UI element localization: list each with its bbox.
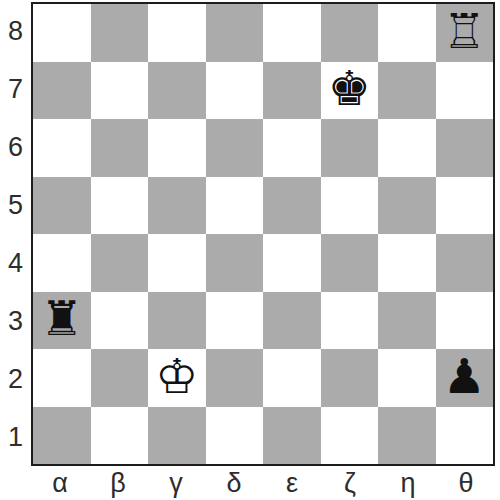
square-δ4[interactable] (206, 234, 264, 292)
square-ζ6[interactable] (321, 119, 379, 177)
file-labels: αβγδεζηθ (31, 464, 495, 500)
rank-label-7: 7 (0, 60, 31, 118)
square-θ6[interactable] (436, 119, 494, 177)
square-θ4[interactable] (436, 234, 494, 292)
file-label-α: α (31, 464, 89, 500)
square-ε2[interactable] (263, 349, 321, 407)
black-pawn[interactable]: ♟ (443, 352, 486, 400)
square-δ2[interactable] (206, 349, 264, 407)
square-η4[interactable] (378, 234, 436, 292)
square-δ7[interactable] (206, 62, 264, 120)
square-ζ7[interactable]: ♚ (321, 62, 379, 120)
square-ε8[interactable] (263, 4, 321, 62)
square-γ1[interactable] (148, 407, 206, 465)
square-δ8[interactable] (206, 4, 264, 62)
rank-label-4: 4 (0, 234, 31, 292)
square-α7[interactable] (33, 62, 91, 120)
square-η1[interactable] (378, 407, 436, 465)
chess-board: ♖♚♜♔♟ (31, 2, 495, 466)
rank-label-2: 2 (0, 350, 31, 408)
square-β5[interactable] (91, 177, 149, 235)
square-α5[interactable] (33, 177, 91, 235)
square-θ3[interactable] (436, 292, 494, 350)
square-η3[interactable] (378, 292, 436, 350)
square-η8[interactable] (378, 4, 436, 62)
square-γ7[interactable] (148, 62, 206, 120)
square-ε4[interactable] (263, 234, 321, 292)
square-β6[interactable] (91, 119, 149, 177)
square-α2[interactable] (33, 349, 91, 407)
square-γ5[interactable] (148, 177, 206, 235)
square-β7[interactable] (91, 62, 149, 120)
square-η2[interactable] (378, 349, 436, 407)
square-ζ5[interactable] (321, 177, 379, 235)
square-ε1[interactable] (263, 407, 321, 465)
square-β2[interactable] (91, 349, 149, 407)
square-δ3[interactable] (206, 292, 264, 350)
square-α6[interactable] (33, 119, 91, 177)
square-γ4[interactable] (148, 234, 206, 292)
chessboard-diagram: 87654321 ♖♚♜♔♟ αβγδεζηθ (0, 0, 500, 500)
square-α1[interactable] (33, 407, 91, 465)
square-β3[interactable] (91, 292, 149, 350)
square-δ5[interactable] (206, 177, 264, 235)
file-label-δ: δ (205, 464, 263, 500)
black-rook[interactable]: ♜ (40, 294, 83, 342)
file-label-ε: ε (263, 464, 321, 500)
square-θ7[interactable] (436, 62, 494, 120)
square-ε5[interactable] (263, 177, 321, 235)
square-δ6[interactable] (206, 119, 264, 177)
white-king[interactable]: ♔ (155, 352, 198, 400)
square-θ8[interactable]: ♖ (436, 4, 494, 62)
square-β8[interactable] (91, 4, 149, 62)
file-label-β: β (89, 464, 147, 500)
square-ζ1[interactable] (321, 407, 379, 465)
square-γ6[interactable] (148, 119, 206, 177)
square-ε7[interactable] (263, 62, 321, 120)
square-α4[interactable] (33, 234, 91, 292)
square-η5[interactable] (378, 177, 436, 235)
rank-label-5: 5 (0, 176, 31, 234)
file-label-θ: θ (437, 464, 495, 500)
file-label-ζ: ζ (321, 464, 379, 500)
square-γ8[interactable] (148, 4, 206, 62)
square-ζ3[interactable] (321, 292, 379, 350)
square-γ3[interactable] (148, 292, 206, 350)
file-label-γ: γ (147, 464, 205, 500)
square-ζ2[interactable] (321, 349, 379, 407)
square-ζ8[interactable] (321, 4, 379, 62)
rank-label-1: 1 (0, 408, 31, 466)
square-ε6[interactable] (263, 119, 321, 177)
square-α8[interactable] (33, 4, 91, 62)
square-α3[interactable]: ♜ (33, 292, 91, 350)
rank-label-8: 8 (0, 2, 31, 60)
square-θ5[interactable] (436, 177, 494, 235)
square-θ1[interactable] (436, 407, 494, 465)
square-ε3[interactable] (263, 292, 321, 350)
square-β1[interactable] (91, 407, 149, 465)
file-label-η: η (379, 464, 437, 500)
rank-label-6: 6 (0, 118, 31, 176)
rank-label-3: 3 (0, 292, 31, 350)
square-ζ4[interactable] (321, 234, 379, 292)
square-β4[interactable] (91, 234, 149, 292)
square-η6[interactable] (378, 119, 436, 177)
white-rook[interactable]: ♖ (443, 7, 486, 55)
square-η7[interactable] (378, 62, 436, 120)
square-δ1[interactable] (206, 407, 264, 465)
square-γ2[interactable]: ♔ (148, 349, 206, 407)
rank-labels: 87654321 (0, 2, 31, 466)
black-king[interactable]: ♚ (328, 64, 371, 112)
square-θ2[interactable]: ♟ (436, 349, 494, 407)
